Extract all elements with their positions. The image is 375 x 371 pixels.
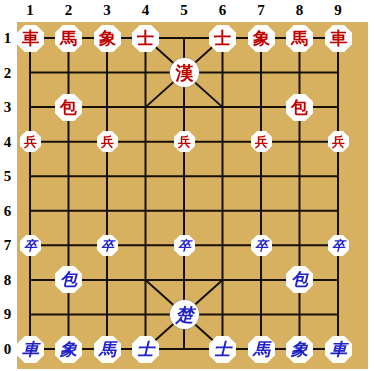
row-label: 6 [0, 203, 15, 219]
piece-han-cannon[interactable]: 包 [286, 94, 313, 121]
piece-han-horse[interactable]: 馬 [286, 25, 313, 52]
column-label: 2 [59, 2, 79, 18]
janggi-diagram: 1234567891234567890車馬象士士象馬車漢包包兵兵兵兵兵卒卒卒卒卒… [0, 0, 375, 371]
column-label: 4 [136, 2, 156, 18]
piece-cho-soldier[interactable]: 卒 [328, 235, 349, 256]
piece-cho-guard[interactable]: 士 [132, 336, 159, 363]
column-label: 8 [290, 2, 310, 18]
column-label: 5 [174, 2, 194, 18]
piece-han-guard[interactable]: 士 [132, 25, 159, 52]
piece-han-soldier[interactable]: 兵 [174, 131, 195, 152]
column-label: 6 [213, 2, 233, 18]
piece-han-cannon[interactable]: 包 [55, 94, 82, 121]
row-label: 3 [0, 99, 15, 115]
piece-cho-chariot[interactable]: 車 [325, 336, 352, 363]
column-label: 7 [251, 2, 271, 18]
piece-han-chariot[interactable]: 車 [325, 25, 352, 52]
piece-han-soldier[interactable]: 兵 [20, 131, 41, 152]
row-label: 5 [0, 168, 15, 184]
piece-cho-soldier[interactable]: 卒 [97, 235, 118, 256]
piece-cho-soldier[interactable]: 卒 [174, 235, 195, 256]
piece-cho-soldier[interactable]: 卒 [251, 235, 272, 256]
piece-cho-elephant[interactable]: 象 [55, 336, 82, 363]
piece-cho-horse[interactable]: 馬 [248, 336, 275, 363]
piece-cho-chariot[interactable]: 車 [17, 336, 44, 363]
column-label: 3 [97, 2, 117, 18]
row-label: 7 [0, 237, 15, 253]
piece-cho-horse[interactable]: 馬 [94, 336, 121, 363]
piece-han-soldier[interactable]: 兵 [251, 131, 272, 152]
piece-han-elephant[interactable]: 象 [248, 25, 275, 52]
piece-han-soldier[interactable]: 兵 [328, 131, 349, 152]
piece-cho-guard[interactable]: 士 [209, 336, 236, 363]
piece-han-horse[interactable]: 馬 [55, 25, 82, 52]
piece-han-elephant[interactable]: 象 [94, 25, 121, 52]
row-label: 0 [0, 341, 15, 357]
row-label: 8 [0, 272, 15, 288]
row-label: 4 [0, 134, 15, 150]
row-label: 2 [0, 65, 15, 81]
piece-han-guard[interactable]: 士 [209, 25, 236, 52]
row-label: 1 [0, 30, 15, 46]
column-label: 1 [20, 2, 40, 18]
row-label: 9 [0, 306, 15, 322]
piece-han-soldier[interactable]: 兵 [97, 131, 118, 152]
piece-han-chariot[interactable]: 車 [17, 25, 44, 52]
piece-cho-cannon[interactable]: 包 [286, 266, 313, 293]
piece-cho-cannon[interactable]: 包 [55, 266, 82, 293]
piece-han-general[interactable]: 漢 [170, 58, 199, 87]
piece-cho-general[interactable]: 楚 [170, 300, 199, 329]
column-label: 9 [328, 2, 348, 18]
piece-cho-elephant[interactable]: 象 [286, 336, 313, 363]
piece-cho-soldier[interactable]: 卒 [20, 235, 41, 256]
